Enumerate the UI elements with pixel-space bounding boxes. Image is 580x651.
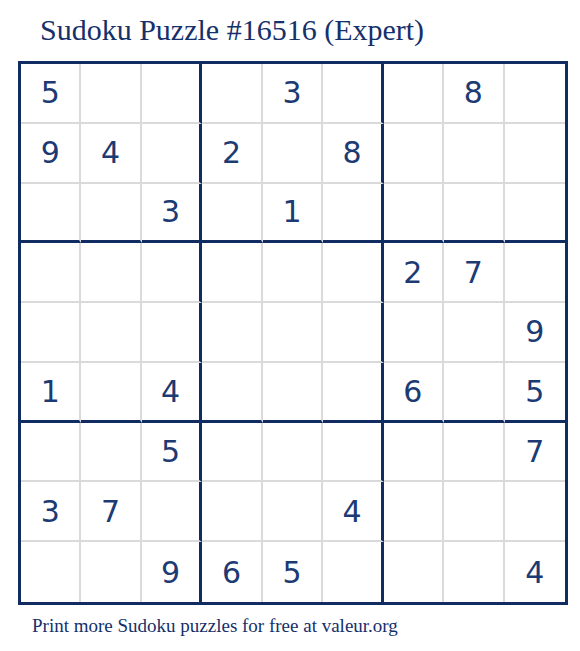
cell-r6c5 xyxy=(263,363,323,423)
cell-r8c4 xyxy=(202,482,262,542)
cell-r1c6 xyxy=(323,64,383,124)
cell-r2c7 xyxy=(384,124,444,184)
cell-r7c5 xyxy=(263,423,323,483)
cell-r4c1 xyxy=(21,243,81,303)
cell-r8c6: 4 xyxy=(323,482,383,542)
cell-r5c4 xyxy=(202,303,262,363)
cell-r8c2: 7 xyxy=(81,482,141,542)
cell-r3c5: 1 xyxy=(263,184,323,244)
cell-r5c7 xyxy=(384,303,444,363)
cell-r8c9 xyxy=(505,482,565,542)
sudoku-page: Sudoku Puzzle #16516 (Expert) 5389428312… xyxy=(0,0,580,651)
cell-r4c8: 7 xyxy=(444,243,504,303)
cell-r6c4 xyxy=(202,363,262,423)
cell-r9c8 xyxy=(444,542,504,602)
cell-r2c3 xyxy=(142,124,202,184)
cell-r1c3 xyxy=(142,64,202,124)
cell-r7c4 xyxy=(202,423,262,483)
cell-r7c3: 5 xyxy=(142,423,202,483)
cell-r1c9 xyxy=(505,64,565,124)
cell-r2c1: 9 xyxy=(21,124,81,184)
cell-r5c3 xyxy=(142,303,202,363)
cell-r9c9: 4 xyxy=(505,542,565,602)
cell-r4c6 xyxy=(323,243,383,303)
cell-r8c8 xyxy=(444,482,504,542)
cell-r6c9: 5 xyxy=(505,363,565,423)
cell-r4c5 xyxy=(263,243,323,303)
cell-r1c4 xyxy=(202,64,262,124)
cell-r5c1 xyxy=(21,303,81,363)
cell-r1c8: 8 xyxy=(444,64,504,124)
cell-r4c7: 2 xyxy=(384,243,444,303)
cell-r4c2 xyxy=(81,243,141,303)
cell-r4c3 xyxy=(142,243,202,303)
cell-r8c3 xyxy=(142,482,202,542)
footer-text: Print more Sudoku puzzles for free at va… xyxy=(32,615,398,637)
cell-r6c1: 1 xyxy=(21,363,81,423)
cell-r9c5: 5 xyxy=(263,542,323,602)
cell-r5c9: 9 xyxy=(505,303,565,363)
cell-r7c8 xyxy=(444,423,504,483)
cell-r8c5 xyxy=(263,482,323,542)
cell-r7c7 xyxy=(384,423,444,483)
cell-r1c1: 5 xyxy=(21,64,81,124)
cell-r3c4 xyxy=(202,184,262,244)
cell-r9c4: 6 xyxy=(202,542,262,602)
cell-r6c8 xyxy=(444,363,504,423)
cell-r3c6 xyxy=(323,184,383,244)
cell-r5c2 xyxy=(81,303,141,363)
cell-r8c7 xyxy=(384,482,444,542)
cell-r3c8 xyxy=(444,184,504,244)
cell-r2c4: 2 xyxy=(202,124,262,184)
cell-r9c3: 9 xyxy=(142,542,202,602)
cell-r9c6 xyxy=(323,542,383,602)
cell-r2c8 xyxy=(444,124,504,184)
cell-r1c2 xyxy=(81,64,141,124)
cell-r5c6 xyxy=(323,303,383,363)
page-title: Sudoku Puzzle #16516 (Expert) xyxy=(40,13,424,47)
cell-r8c1: 3 xyxy=(21,482,81,542)
cell-r2c9 xyxy=(505,124,565,184)
cell-r7c6 xyxy=(323,423,383,483)
cell-r5c5 xyxy=(263,303,323,363)
cell-r4c4 xyxy=(202,243,262,303)
cell-r6c3: 4 xyxy=(142,363,202,423)
sudoku-board: 5389428312791465573749654 xyxy=(18,61,568,605)
cell-r6c2 xyxy=(81,363,141,423)
cell-r1c5: 3 xyxy=(263,64,323,124)
cell-r5c8 xyxy=(444,303,504,363)
cell-r2c2: 4 xyxy=(81,124,141,184)
cell-r4c9 xyxy=(505,243,565,303)
cell-r9c1 xyxy=(21,542,81,602)
cell-r9c2 xyxy=(81,542,141,602)
cell-r2c5 xyxy=(263,124,323,184)
cell-r3c9 xyxy=(505,184,565,244)
cell-r7c1 xyxy=(21,423,81,483)
cell-r3c3: 3 xyxy=(142,184,202,244)
cell-r6c7: 6 xyxy=(384,363,444,423)
cell-r2c6: 8 xyxy=(323,124,383,184)
cell-r1c7 xyxy=(384,64,444,124)
cell-r3c1 xyxy=(21,184,81,244)
cell-r7c2 xyxy=(81,423,141,483)
cell-r6c6 xyxy=(323,363,383,423)
cell-r7c9: 7 xyxy=(505,423,565,483)
cell-r3c2 xyxy=(81,184,141,244)
cell-r3c7 xyxy=(384,184,444,244)
cell-r9c7 xyxy=(384,542,444,602)
